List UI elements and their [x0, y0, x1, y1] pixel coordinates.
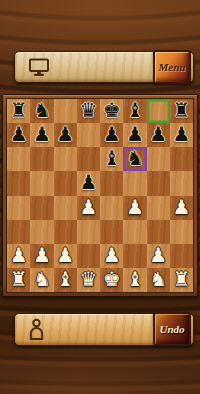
square-g8[interactable]: [147, 99, 170, 123]
square-b5[interactable]: [30, 171, 53, 195]
square-b8[interactable]: ♞: [30, 99, 53, 123]
square-b1[interactable]: ♞: [30, 268, 53, 292]
square-a5[interactable]: [7, 171, 30, 195]
square-e1[interactable]: ♚: [100, 268, 123, 292]
piece-white-rook[interactable]: ♜: [172, 269, 190, 289]
square-e5[interactable]: [100, 171, 123, 195]
square-c5[interactable]: [54, 171, 77, 195]
piece-white-king[interactable]: ♚: [103, 269, 121, 289]
square-h7[interactable]: ♟: [170, 123, 193, 147]
piece-white-pawn[interactable]: ♟: [56, 245, 74, 265]
square-d2[interactable]: [77, 244, 100, 268]
piece-black-pawn[interactable]: ♟: [103, 124, 121, 144]
piece-black-bishop[interactable]: ♝: [103, 148, 121, 168]
piece-white-pawn[interactable]: ♟: [103, 245, 121, 265]
square-g6[interactable]: [147, 147, 170, 171]
square-b3[interactable]: [30, 220, 53, 244]
square-c2[interactable]: ♟: [54, 244, 77, 268]
square-e7[interactable]: ♟: [100, 123, 123, 147]
square-b6[interactable]: [30, 147, 53, 171]
piece-white-pawn[interactable]: ♟: [10, 245, 28, 265]
square-d7[interactable]: [77, 123, 100, 147]
square-g2[interactable]: ♟: [147, 244, 170, 268]
piece-white-pawn[interactable]: ♟: [126, 197, 144, 217]
square-a8[interactable]: ♜: [7, 99, 30, 123]
square-a2[interactable]: ♟: [7, 244, 30, 268]
square-a7[interactable]: ♟: [7, 123, 30, 147]
square-f1[interactable]: ♝: [123, 268, 146, 292]
piece-black-rook[interactable]: ♜: [10, 100, 28, 120]
piece-black-bishop[interactable]: ♝: [126, 100, 144, 120]
square-f8[interactable]: ♝: [123, 99, 146, 123]
square-h1[interactable]: ♜: [170, 268, 193, 292]
square-g5[interactable]: [147, 171, 170, 195]
square-d8[interactable]: ♛: [77, 99, 100, 123]
piece-white-pawn[interactable]: ♟: [79, 197, 97, 217]
square-a6[interactable]: [7, 147, 30, 171]
square-h2[interactable]: [170, 244, 193, 268]
piece-black-knight[interactable]: ♞: [126, 148, 144, 168]
piece-black-pawn[interactable]: ♟: [56, 124, 74, 144]
piece-black-pawn[interactable]: ♟: [149, 124, 167, 144]
square-f7[interactable]: ♟: [123, 123, 146, 147]
square-f3[interactable]: [123, 220, 146, 244]
piece-white-pawn[interactable]: ♟: [149, 245, 167, 265]
square-b7[interactable]: ♟: [30, 123, 53, 147]
piece-black-knight[interactable]: ♞: [33, 100, 51, 120]
undo-button[interactable]: Undo: [153, 312, 191, 346]
square-a3[interactable]: [7, 220, 30, 244]
piece-black-rook[interactable]: ♜: [172, 100, 190, 120]
square-c8[interactable]: [54, 99, 77, 123]
piece-black-pawn[interactable]: ♟: [79, 172, 97, 192]
square-b4[interactable]: [30, 196, 53, 220]
square-d5[interactable]: ♟: [77, 171, 100, 195]
piece-black-pawn[interactable]: ♟: [126, 124, 144, 144]
opponent-panel: Menu: [14, 51, 194, 83]
piece-black-pawn[interactable]: ♟: [10, 124, 28, 144]
square-c7[interactable]: ♟: [54, 123, 77, 147]
square-c3[interactable]: [54, 220, 77, 244]
piece-white-rook[interactable]: ♜: [10, 269, 28, 289]
square-e3[interactable]: [100, 220, 123, 244]
square-g4[interactable]: [147, 196, 170, 220]
square-d1[interactable]: ♛: [77, 268, 100, 292]
square-h5[interactable]: [170, 171, 193, 195]
person-icon: [28, 318, 45, 341]
piece-black-pawn[interactable]: ♟: [172, 124, 190, 144]
square-f6[interactable]: ♞: [123, 147, 146, 171]
square-f4[interactable]: ♟: [123, 196, 146, 220]
square-h8[interactable]: ♜: [170, 99, 193, 123]
player-panel: Undo: [14, 313, 194, 346]
square-d4[interactable]: ♟: [77, 196, 100, 220]
piece-white-bishop[interactable]: ♝: [56, 269, 74, 289]
piece-white-knight[interactable]: ♞: [33, 269, 51, 289]
square-f5[interactable]: [123, 171, 146, 195]
piece-black-pawn[interactable]: ♟: [33, 124, 51, 144]
menu-button[interactable]: Menu: [153, 50, 191, 84]
square-g1[interactable]: ♞: [147, 268, 170, 292]
square-d6[interactable]: [77, 147, 100, 171]
piece-white-bishop[interactable]: ♝: [126, 269, 144, 289]
square-c6[interactable]: [54, 147, 77, 171]
piece-white-knight[interactable]: ♞: [149, 269, 167, 289]
square-g3[interactable]: [147, 220, 170, 244]
board-frame: ♜♞♛♚♝♜♟♟♟♟♟♟♟♝♞♟♟♟♟♟♟♟♟♟♜♞♝♛♚♝♞♜: [2, 94, 198, 297]
square-h4[interactable]: ♟: [170, 196, 193, 220]
square-a4[interactable]: [7, 196, 30, 220]
piece-black-king[interactable]: ♚: [103, 100, 121, 120]
piece-black-queen[interactable]: ♛: [79, 100, 97, 120]
square-a1[interactable]: ♜: [7, 268, 30, 292]
square-e4[interactable]: [100, 196, 123, 220]
square-c4[interactable]: [54, 196, 77, 220]
chess-app-screen: Menu ♜♞♛♚♝♜♟♟♟♟♟♟♟♝♞♟♟♟♟♟♟♟♟♟♜♞♝♛♚♝♞♜ Un…: [0, 0, 200, 394]
square-h6[interactable]: [170, 147, 193, 171]
piece-white-pawn[interactable]: ♟: [172, 197, 190, 217]
square-b2[interactable]: ♟: [30, 244, 53, 268]
chess-board: ♜♞♛♚♝♜♟♟♟♟♟♟♟♝♞♟♟♟♟♟♟♟♟♟♜♞♝♛♚♝♞♜: [6, 98, 194, 293]
square-d3[interactable]: [77, 220, 100, 244]
square-f2[interactable]: [123, 244, 146, 268]
square-h3[interactable]: [170, 220, 193, 244]
monitor-icon: [28, 58, 50, 77]
square-g7[interactable]: ♟: [147, 123, 170, 147]
square-e2[interactable]: ♟: [100, 244, 123, 268]
piece-white-queen[interactable]: ♛: [79, 269, 97, 289]
piece-white-pawn[interactable]: ♟: [33, 245, 51, 265]
square-c1[interactable]: ♝: [54, 268, 77, 292]
square-e6[interactable]: ♝: [100, 147, 123, 171]
square-e8[interactable]: ♚: [100, 99, 123, 123]
